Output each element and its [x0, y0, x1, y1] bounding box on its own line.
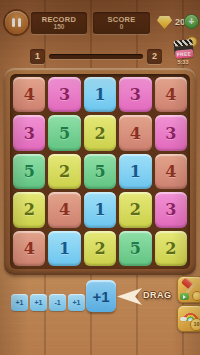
tile[interactable]: 4 [155, 154, 187, 189]
pause-button[interactable] [5, 11, 28, 34]
tile[interactable]: 3 [13, 115, 45, 150]
next-block-tile[interactable]: +1 [86, 280, 116, 312]
score-label: SCORE [107, 16, 135, 24]
level-badge-next: 2 [147, 49, 162, 64]
tile[interactable]: 5 [13, 154, 45, 189]
upcoming-queue: +1+1-1+1 [11, 294, 85, 311]
score-value: 0 [120, 24, 124, 31]
video-ad-icon [180, 293, 189, 300]
hammer-booster-button[interactable] [177, 276, 200, 303]
gem-count: 20 [175, 17, 185, 27]
tile[interactable]: 3 [155, 192, 187, 227]
add-gems-button[interactable]: + [185, 15, 198, 28]
tile[interactable]: 3 [48, 77, 80, 112]
score-panel: SCORE 0 [93, 12, 150, 34]
record-label: RECORD [42, 16, 76, 24]
tile[interactable]: 2 [155, 231, 187, 266]
tile[interactable]: 2 [84, 231, 116, 266]
tile[interactable]: 1 [84, 192, 116, 227]
rainbow-booster-button[interactable]: 10 [177, 305, 200, 332]
coin-icon [193, 292, 200, 300]
queue-tile[interactable]: +1 [11, 294, 28, 311]
tile[interactable]: 4 [13, 77, 45, 112]
booster-price-coin: 10 [191, 319, 200, 330]
tile[interactable]: 2 [84, 115, 116, 150]
queue-tile[interactable]: +1 [30, 294, 47, 311]
cloud-icon [180, 317, 187, 321]
drag-hint-label: DRAG [143, 290, 172, 300]
drag-arrow-icon [117, 288, 142, 305]
queue-tile[interactable]: +1 [68, 294, 85, 311]
tile[interactable]: 4 [155, 77, 187, 112]
level-badge-current: 1 [30, 49, 45, 64]
record-value: 150 [54, 24, 65, 31]
free-reward-button[interactable]: FREE 5:33 [169, 40, 197, 65]
tile[interactable]: 1 [48, 231, 80, 266]
pause-icon [18, 18, 21, 27]
tile[interactable]: 4 [48, 192, 80, 227]
free-ribbon: FREE [174, 49, 193, 59]
tile[interactable]: 5 [84, 154, 116, 189]
tile[interactable]: 3 [119, 77, 151, 112]
tile[interactable]: 2 [13, 192, 45, 227]
level-progress-bar [49, 54, 143, 59]
tile[interactable]: 2 [48, 154, 80, 189]
free-reward-timer: 5:33 [169, 59, 197, 65]
tile[interactable]: 4 [13, 231, 45, 266]
tile[interactable]: 3 [155, 115, 187, 150]
tile[interactable]: 4 [119, 115, 151, 150]
tile[interactable]: 1 [84, 77, 116, 112]
game-board: 4313435243525142412341252 [4, 68, 196, 275]
tile-grid: 4313435243525142412341252 [13, 77, 187, 266]
record-panel: RECORD 150 [31, 12, 87, 34]
tile[interactable]: 5 [48, 115, 80, 150]
gem-icon [157, 16, 172, 29]
pause-icon [12, 18, 15, 27]
game-screen: RECORD 150 SCORE 0 20 + 1 2 FREE 5:33 43… [0, 0, 200, 355]
queue-tile[interactable]: -1 [49, 294, 66, 311]
tile[interactable]: 1 [119, 154, 151, 189]
tile[interactable]: 5 [119, 231, 151, 266]
tile[interactable]: 2 [119, 192, 151, 227]
clapperboard-icon: FREE [173, 39, 193, 56]
